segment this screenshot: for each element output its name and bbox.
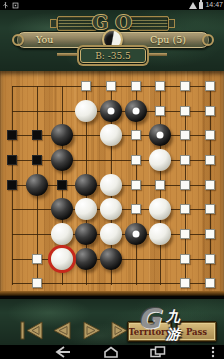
- dead-stone-dot: [132, 231, 139, 238]
- board-point[interactable]: [197, 98, 222, 123]
- board-point[interactable]: [49, 148, 74, 173]
- black-stone: [51, 149, 73, 171]
- board-point[interactable]: [0, 246, 25, 271]
- white-stone: [51, 223, 73, 245]
- step-back-button[interactable]: [49, 320, 75, 341]
- wifi-icon: [189, 2, 197, 9]
- board-point[interactable]: [197, 74, 222, 99]
- board-point[interactable]: [25, 123, 50, 148]
- black-stone: [75, 248, 97, 270]
- white-territory-marker: [205, 254, 215, 264]
- black-stone-dead: [125, 100, 147, 122]
- board-point[interactable]: [0, 74, 25, 99]
- board-point[interactable]: [197, 222, 222, 247]
- playback-controls: [19, 320, 135, 341]
- board-point[interactable]: [0, 197, 25, 222]
- board-point[interactable]: [74, 246, 99, 271]
- board-point[interactable]: [49, 246, 74, 271]
- white-territory-marker: [32, 254, 42, 264]
- white-territory-marker: [205, 278, 215, 288]
- white-territory-marker: [131, 180, 141, 190]
- white-stone: [100, 198, 122, 220]
- board-point[interactable]: [25, 74, 50, 99]
- board-point[interactable]: [123, 222, 148, 247]
- territory-button[interactable]: Territory: [127, 321, 172, 342]
- board-point[interactable]: [173, 148, 198, 173]
- white-territory-marker: [180, 106, 190, 116]
- board-point[interactable]: [49, 222, 74, 247]
- white-stone: [149, 223, 171, 245]
- app-screen: 14:47 GO You Cpu (5) B: -35.5: [0, 0, 224, 359]
- board-point[interactable]: [173, 197, 198, 222]
- black-stone: [75, 223, 97, 245]
- score-plate-wing-right: [145, 53, 167, 56]
- board-point[interactable]: [173, 172, 198, 197]
- black-stone: [75, 174, 97, 196]
- board-point[interactable]: [49, 74, 74, 99]
- dead-stone-dot: [132, 107, 139, 114]
- board-point[interactable]: [74, 172, 99, 197]
- black-stone-dead: [149, 124, 171, 146]
- white-territory-marker: [131, 81, 141, 91]
- black-territory-marker: [32, 155, 42, 165]
- white-territory-marker: [155, 180, 165, 190]
- board-point[interactable]: [74, 123, 99, 148]
- white-territory-marker: [131, 204, 141, 214]
- white-territory-marker: [131, 155, 141, 165]
- back-icon[interactable]: [54, 346, 72, 358]
- board-point[interactable]: [25, 172, 50, 197]
- board-point[interactable]: [0, 222, 25, 247]
- white-territory-marker: [180, 155, 190, 165]
- board-point[interactable]: [148, 98, 173, 123]
- white-territory-marker: [180, 81, 190, 91]
- white-territory-marker: [32, 278, 42, 288]
- white-territory-marker: [155, 81, 165, 91]
- white-territory-marker: [106, 81, 116, 91]
- board-point[interactable]: [123, 246, 148, 271]
- board-point[interactable]: [123, 197, 148, 222]
- white-territory-marker: [180, 229, 190, 239]
- board-point[interactable]: [0, 98, 25, 123]
- header: GO You Cpu (5) B: -35.5: [0, 10, 224, 71]
- white-stone-last-move: [51, 248, 73, 270]
- dead-stone-dot: [157, 132, 164, 139]
- white-stone: [75, 198, 97, 220]
- overflow-menu-icon[interactable]: [208, 346, 218, 358]
- board-point[interactable]: [99, 197, 124, 222]
- white-territory-marker: [205, 155, 215, 165]
- white-territory-marker: [205, 180, 215, 190]
- black-stone: [51, 198, 73, 220]
- white-territory-marker: [81, 81, 91, 91]
- white-stone: [100, 124, 122, 146]
- board-point[interactable]: [99, 74, 124, 99]
- black-territory-marker: [7, 180, 17, 190]
- white-stone: [149, 198, 171, 220]
- board-point[interactable]: [123, 148, 148, 173]
- board-point[interactable]: [173, 246, 198, 271]
- white-territory-marker: [155, 106, 165, 116]
- black-stone: [100, 248, 122, 270]
- board-point[interactable]: [25, 98, 50, 123]
- board-point[interactable]: [197, 246, 222, 271]
- board-point[interactable]: [99, 123, 124, 148]
- white-stone: [75, 100, 97, 122]
- board-point[interactable]: [0, 148, 25, 173]
- white-territory-marker: [205, 229, 215, 239]
- board-point[interactable]: [123, 74, 148, 99]
- white-territory-marker: [180, 130, 190, 140]
- board-point[interactable]: [197, 148, 222, 173]
- white-territory-marker: [205, 81, 215, 91]
- board-point[interactable]: [197, 172, 222, 197]
- board-point[interactable]: [148, 222, 173, 247]
- board-point[interactable]: [99, 172, 124, 197]
- board-point[interactable]: [173, 123, 198, 148]
- board-point[interactable]: [148, 197, 173, 222]
- board-point[interactable]: [148, 172, 173, 197]
- skip-to-start-icon: [19, 320, 45, 341]
- board-point[interactable]: [99, 222, 124, 247]
- storage-icon: [12, 2, 19, 9]
- usb-icon: [2, 2, 9, 9]
- white-territory-marker: [180, 278, 190, 288]
- battery-icon: [199, 2, 203, 9]
- player-white-label: Cpu (5): [150, 34, 186, 45]
- board-point[interactable]: [0, 123, 25, 148]
- dead-stone-dot: [108, 107, 115, 114]
- board-point[interactable]: [148, 74, 173, 99]
- android-nav-bar: [0, 345, 224, 359]
- black-stone-dead: [100, 100, 122, 122]
- white-stone: [100, 174, 122, 196]
- score-text: B: -35.5: [95, 51, 131, 61]
- step-forward-icon: [79, 320, 105, 341]
- board-point[interactable]: [99, 246, 124, 271]
- clock-text: 14:47: [205, 0, 223, 10]
- black-stone: [26, 174, 48, 196]
- white-territory-marker: [180, 180, 190, 190]
- black-territory-marker: [57, 180, 67, 190]
- score-plate: B: -35.5: [79, 47, 147, 64]
- board-point[interactable]: [173, 222, 198, 247]
- white-territory-marker: [205, 106, 215, 116]
- board-point[interactable]: [197, 197, 222, 222]
- board-point[interactable]: [25, 197, 50, 222]
- board-point[interactable]: [123, 98, 148, 123]
- step-back-icon: [49, 320, 75, 341]
- player-black-label: You: [36, 34, 53, 45]
- board-point[interactable]: [197, 123, 222, 148]
- white-territory-marker: [205, 130, 215, 140]
- board-point[interactable]: [74, 148, 99, 173]
- black-stone-dead: [125, 223, 147, 245]
- board-point[interactable]: [173, 74, 198, 99]
- board-point[interactable]: [74, 197, 99, 222]
- board-point[interactable]: [25, 246, 50, 271]
- board-point[interactable]: [74, 74, 99, 99]
- board-point[interactable]: [25, 222, 50, 247]
- board-point[interactable]: [49, 197, 74, 222]
- skip-to-start-button[interactable]: [19, 320, 45, 341]
- white-territory-marker: [131, 130, 141, 140]
- white-territory-marker: [180, 204, 190, 214]
- black-stone: [51, 124, 73, 146]
- footer-toolbar: Territory Pass G 九游: [0, 296, 224, 345]
- home-icon[interactable]: [102, 346, 120, 358]
- recents-icon[interactable]: [149, 346, 167, 358]
- status-bar: 14:47: [0, 0, 224, 10]
- board-point[interactable]: [49, 98, 74, 123]
- bar-curl-left: [12, 34, 24, 46]
- board-point[interactable]: [74, 98, 99, 123]
- board-point[interactable]: [74, 222, 99, 247]
- black-territory-marker: [7, 130, 17, 140]
- black-territory-marker: [7, 155, 17, 165]
- board-point[interactable]: [99, 148, 124, 173]
- step-forward-button[interactable]: [79, 320, 105, 341]
- white-territory-marker: [180, 254, 190, 264]
- white-stone: [100, 223, 122, 245]
- board-point[interactable]: [25, 148, 50, 173]
- board-point[interactable]: [148, 123, 173, 148]
- go-board[interactable]: [0, 71, 224, 296]
- white-stone: [149, 149, 171, 171]
- go-board-grid[interactable]: [0, 74, 222, 296]
- score-plate-wing-left: [57, 53, 79, 56]
- board-point[interactable]: [173, 98, 198, 123]
- board-point[interactable]: [49, 172, 74, 197]
- white-territory-marker: [205, 204, 215, 214]
- board-point[interactable]: [0, 172, 25, 197]
- pass-button[interactable]: Pass: [176, 321, 217, 342]
- board-point[interactable]: [123, 123, 148, 148]
- bar-curl-right: [202, 34, 214, 46]
- board-point[interactable]: [49, 123, 74, 148]
- board-point[interactable]: [99, 98, 124, 123]
- board-point[interactable]: [123, 172, 148, 197]
- board-point[interactable]: [148, 246, 173, 271]
- board-point[interactable]: [148, 148, 173, 173]
- black-territory-marker: [32, 130, 42, 140]
